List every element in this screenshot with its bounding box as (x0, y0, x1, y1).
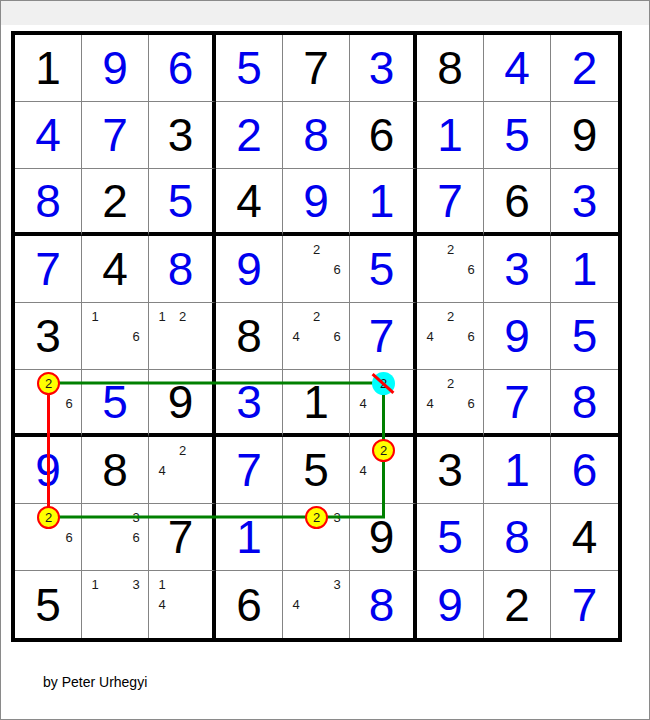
given-digit: 8 (437, 45, 463, 91)
cell-r1c7[interactable]: 8 (417, 35, 484, 102)
cell-r9c4[interactable]: 6 (216, 571, 283, 638)
candidate-4: 4 (352, 459, 375, 482)
candidate-1: 1 (84, 305, 107, 328)
candidate-2: 2 (171, 439, 194, 462)
cell-r4c2[interactable]: 4 (82, 236, 149, 303)
given-digit: 1 (35, 45, 61, 91)
cell-r1c8[interactable]: 4 (484, 35, 551, 102)
given-digit: 5 (303, 447, 329, 493)
given-digit: 2 (102, 178, 128, 224)
cell-r5c3[interactable]: 12 (149, 303, 216, 370)
given-digit: 9 (168, 379, 194, 425)
cell-r3c5[interactable]: 9 (283, 169, 350, 236)
solved-digit: 9 (102, 45, 128, 91)
candidate-3: 3 (125, 573, 148, 596)
solved-digit: 7 (102, 112, 128, 158)
cell-r1c3[interactable]: 6 (149, 35, 216, 102)
cell-r7c6[interactable]: 24 (350, 437, 417, 504)
cell-r7c5[interactable]: 5 (283, 437, 350, 504)
cell-r8c2[interactable]: 36 (82, 504, 149, 571)
given-digit: 2 (504, 582, 530, 628)
cell-r4c7[interactable]: 26 (417, 236, 484, 303)
cell-r2c7[interactable]: 1 (417, 102, 484, 169)
candidate-6: 6 (460, 325, 483, 348)
given-digit: 9 (369, 514, 395, 560)
candidate-2: 2 (305, 305, 328, 328)
cell-r2c8[interactable]: 5 (484, 102, 551, 169)
app-window: 1965738424732861598254917637489265263131… (0, 0, 650, 720)
cell-r6c3[interactable]: 9 (149, 370, 216, 437)
cell-r4c6[interactable]: 5 (350, 236, 417, 303)
candidate-4: 4 (419, 392, 442, 415)
elimination-candidate-2: 2 (372, 372, 395, 395)
cell-r2c2[interactable]: 7 (82, 102, 149, 169)
candidate-2: 2 (171, 305, 194, 328)
cell-r3c6[interactable]: 1 (350, 169, 417, 236)
solved-digit: 5 (236, 45, 262, 91)
cell-r9c8[interactable]: 2 (484, 571, 551, 638)
given-digit: 6 (369, 112, 395, 158)
cell-r7c3[interactable]: 24 (149, 437, 216, 504)
cell-r2c3[interactable]: 3 (149, 102, 216, 169)
credit-text: by Peter Urhegyi (43, 674, 147, 690)
cell-r1c2[interactable]: 9 (82, 35, 149, 102)
candidate-6: 6 (460, 392, 483, 415)
cell-r6c4[interactable]: 3 (216, 370, 283, 437)
cell-r5c1[interactable]: 3 (15, 303, 82, 370)
cell-r9c1[interactable]: 5 (15, 571, 82, 638)
cell-r7c2[interactable]: 8 (82, 437, 149, 504)
cell-r3c2[interactable]: 2 (82, 169, 149, 236)
cell-r1c6[interactable]: 3 (350, 35, 417, 102)
solved-digit: 1 (572, 246, 598, 292)
candidate-4: 4 (285, 325, 308, 348)
solved-digit: 8 (303, 112, 329, 158)
cell-r6c1[interactable]: 26 (15, 370, 82, 437)
candidate-4: 4 (151, 593, 174, 616)
candidate-2: 2 (305, 238, 328, 261)
given-digit: 4 (572, 514, 598, 560)
solved-digit: 8 (35, 178, 61, 224)
candidate-2: 2 (439, 372, 462, 395)
cell-r8c6[interactable]: 9 (350, 504, 417, 571)
cell-r5c6[interactable]: 7 (350, 303, 417, 370)
solved-digit: 8 (369, 582, 395, 628)
cell-r8c3[interactable]: 7 (149, 504, 216, 571)
cell-r6c9[interactable]: 8 (551, 370, 618, 437)
chain-candidate-2: 2 (372, 439, 395, 462)
cell-r4c3[interactable]: 8 (149, 236, 216, 303)
cell-r9c5[interactable]: 34 (283, 571, 350, 638)
cell-r7c8[interactable]: 1 (484, 437, 551, 504)
solved-digit: 2 (236, 112, 262, 158)
given-digit: 7 (303, 45, 329, 91)
candidate-2: 2 (439, 238, 462, 261)
cell-r4c5[interactable]: 26 (283, 236, 350, 303)
cell-r9c2[interactable]: 13 (82, 571, 149, 638)
cell-r7c9[interactable]: 6 (551, 437, 618, 504)
solved-digit: 6 (572, 447, 598, 493)
cell-r8c7[interactable]: 5 (417, 504, 484, 571)
cell-r2c4[interactable]: 2 (216, 102, 283, 169)
cell-r4c1[interactable]: 7 (15, 236, 82, 303)
cell-r9c6[interactable]: 8 (350, 571, 417, 638)
candidate-1: 1 (84, 573, 107, 596)
cell-r1c9[interactable]: 2 (551, 35, 618, 102)
cell-r4c4[interactable]: 9 (216, 236, 283, 303)
cell-r4c9[interactable]: 1 (551, 236, 618, 303)
given-digit: 6 (236, 582, 262, 628)
solved-digit: 7 (369, 313, 395, 359)
given-digit: 4 (102, 246, 128, 292)
cell-r6c6[interactable]: 24 (350, 370, 417, 437)
cell-r8c1[interactable]: 26 (15, 504, 82, 571)
cell-r4c8[interactable]: 3 (484, 236, 551, 303)
solved-digit: 1 (504, 447, 530, 493)
candidate-6: 6 (125, 325, 148, 348)
candidate-2: 2 (439, 305, 462, 328)
solved-digit: 4 (35, 112, 61, 158)
cell-r7c7[interactable]: 3 (417, 437, 484, 504)
solved-digit: 7 (504, 379, 530, 425)
cell-r3c8[interactable]: 6 (484, 169, 551, 236)
cell-r2c5[interactable]: 8 (283, 102, 350, 169)
chain-candidate-2: 2 (305, 506, 328, 529)
cell-r3c1[interactable]: 8 (15, 169, 82, 236)
cell-r2c6[interactable]: 6 (350, 102, 417, 169)
solved-digit: 7 (572, 582, 598, 628)
given-digit: 6 (504, 178, 530, 224)
cell-r9c3[interactable]: 14 (149, 571, 216, 638)
solved-digit: 7 (437, 178, 463, 224)
given-digit: 3 (35, 313, 61, 359)
cell-r2c9[interactable]: 9 (551, 102, 618, 169)
solved-digit: 8 (572, 379, 598, 425)
solved-digit: 7 (236, 447, 262, 493)
given-digit: 3 (437, 447, 463, 493)
cell-r5c9[interactable]: 5 (551, 303, 618, 370)
cell-r8c9[interactable]: 4 (551, 504, 618, 571)
solved-digit: 5 (504, 112, 530, 158)
given-digit: 8 (236, 313, 262, 359)
candidate-6: 6 (58, 526, 81, 549)
cell-r3c7[interactable]: 7 (417, 169, 484, 236)
cell-r6c2[interactable]: 5 (82, 370, 149, 437)
candidate-4: 4 (352, 392, 375, 415)
solved-digit: 1 (236, 514, 262, 560)
given-digit: 8 (102, 447, 128, 493)
given-digit: 5 (35, 582, 61, 628)
cell-r6c8[interactable]: 7 (484, 370, 551, 437)
solved-digit: 9 (236, 246, 262, 292)
solved-digit: 5 (168, 178, 194, 224)
cell-r5c5[interactable]: 246 (283, 303, 350, 370)
cell-r7c1[interactable]: 9 (15, 437, 82, 504)
cell-r6c7[interactable]: 246 (417, 370, 484, 437)
candidate-4: 4 (151, 459, 174, 482)
cell-r1c4[interactable]: 5 (216, 35, 283, 102)
candidate-6: 6 (460, 258, 483, 281)
cell-r8c5[interactable]: 23 (283, 504, 350, 571)
title-bar (1, 1, 649, 25)
solved-digit: 9 (504, 313, 530, 359)
cell-r2c1[interactable]: 4 (15, 102, 82, 169)
solved-digit: 9 (35, 447, 61, 493)
cell-r7c4[interactable]: 7 (216, 437, 283, 504)
cell-r9c9[interactable]: 7 (551, 571, 618, 638)
solved-digit: 7 (35, 246, 61, 292)
cell-r1c1[interactable]: 1 (15, 35, 82, 102)
candidate-4: 4 (285, 593, 308, 616)
solved-digit: 3 (504, 246, 530, 292)
candidate-3: 3 (326, 573, 349, 596)
solved-digit: 1 (437, 112, 463, 158)
candidate-6: 6 (125, 526, 148, 549)
cell-r3c4[interactable]: 4 (216, 169, 283, 236)
given-digit: 3 (168, 112, 194, 158)
given-digit: 7 (168, 514, 194, 560)
cell-r3c3[interactable]: 5 (149, 169, 216, 236)
given-digit: 4 (236, 178, 262, 224)
solved-digit: 8 (504, 514, 530, 560)
solved-digit: 2 (572, 45, 598, 91)
given-digit: 9 (572, 112, 598, 158)
chain-candidate-2: 2 (37, 506, 60, 529)
cell-r3c9[interactable]: 3 (551, 169, 618, 236)
candidate-6: 6 (326, 258, 349, 281)
solved-digit: 3 (369, 45, 395, 91)
cell-r5c7[interactable]: 246 (417, 303, 484, 370)
solved-digit: 9 (303, 178, 329, 224)
cell-r1c5[interactable]: 7 (283, 35, 350, 102)
solved-digit: 6 (168, 45, 194, 91)
cell-r9c7[interactable]: 9 (417, 571, 484, 638)
solved-digit: 5 (572, 313, 598, 359)
solved-digit: 5 (437, 514, 463, 560)
solved-digit: 8 (168, 246, 194, 292)
solved-digit: 9 (437, 582, 463, 628)
sudoku-board: 1965738424732861598254917637489265263131… (11, 31, 622, 642)
candidate-6: 6 (326, 325, 349, 348)
solved-digit: 3 (236, 379, 262, 425)
given-digit: 1 (303, 379, 329, 425)
cell-r8c4[interactable]: 1 (216, 504, 283, 571)
cell-r8c8[interactable]: 8 (484, 504, 551, 571)
solved-digit: 4 (504, 45, 530, 91)
solved-digit: 1 (369, 178, 395, 224)
candidate-6: 6 (58, 392, 81, 415)
candidate-3: 3 (326, 506, 349, 529)
cell-r6c5[interactable]: 1 (283, 370, 350, 437)
cell-r5c4[interactable]: 8 (216, 303, 283, 370)
chain-candidate-2: 2 (37, 372, 60, 395)
candidate-4: 4 (419, 325, 442, 348)
cell-r5c8[interactable]: 9 (484, 303, 551, 370)
solved-digit: 3 (572, 178, 598, 224)
solved-digit: 5 (369, 246, 395, 292)
cell-r5c2[interactable]: 16 (82, 303, 149, 370)
solved-digit: 5 (102, 379, 128, 425)
